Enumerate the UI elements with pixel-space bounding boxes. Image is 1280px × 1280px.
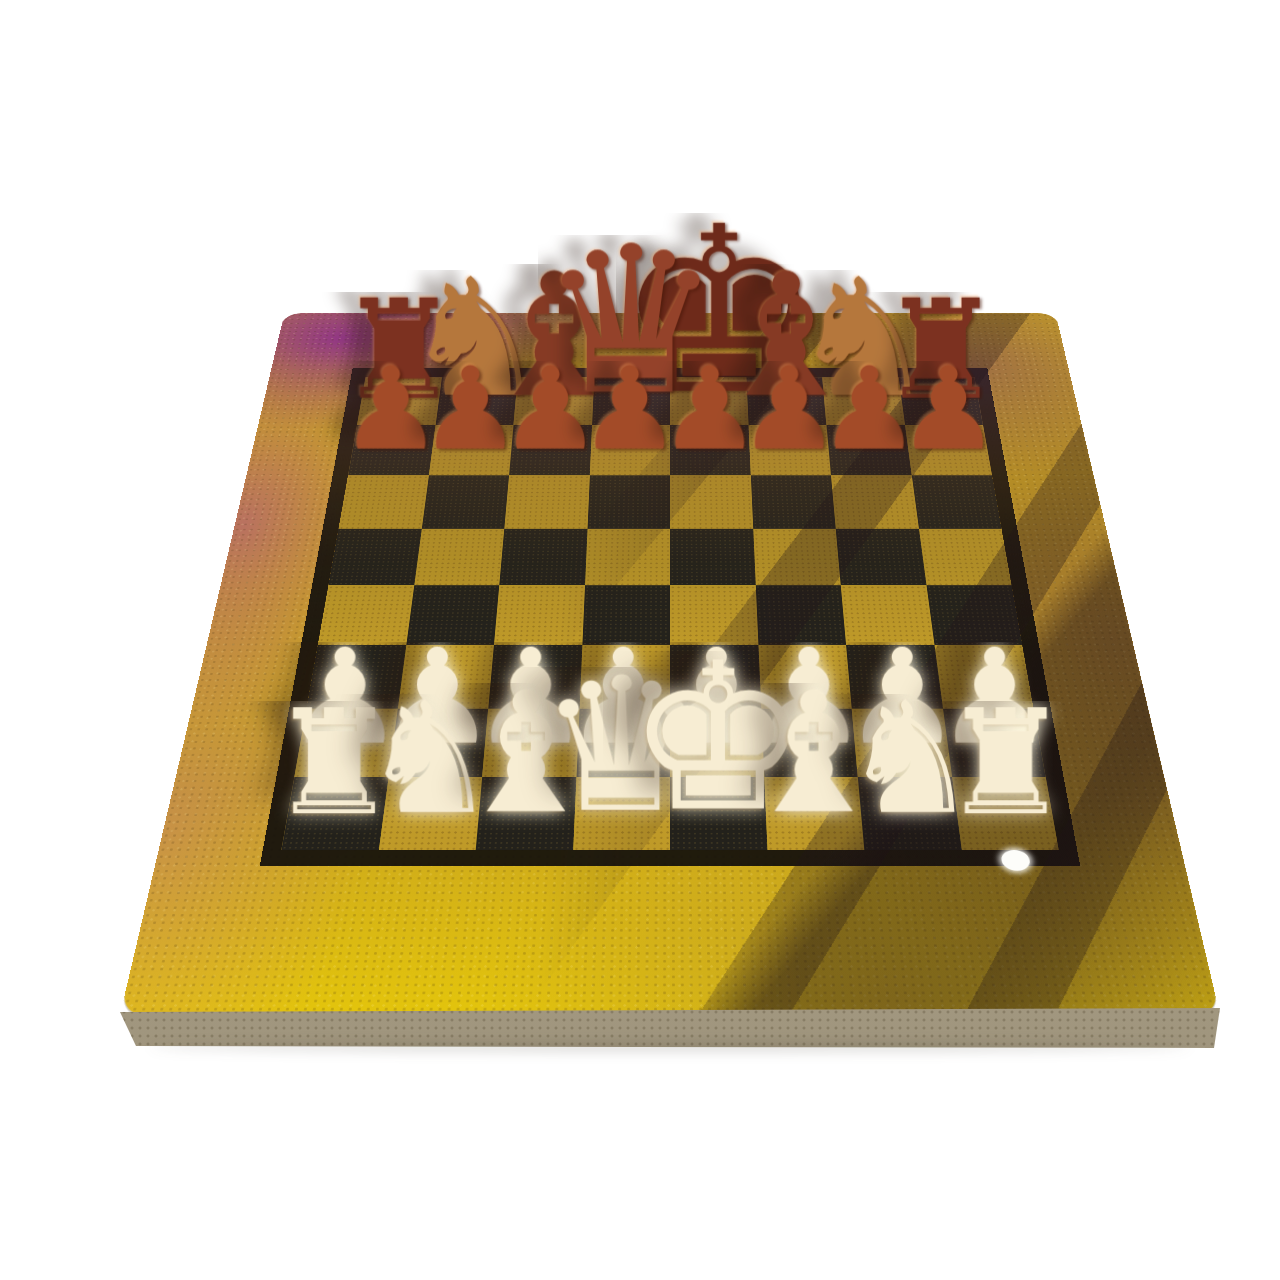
square-g1: ♞ bbox=[858, 777, 962, 850]
piece-white-knight: ♞ bbox=[315, 693, 545, 824]
chess-photo: ♜♞♝♛♚♝♞♜♟♟♟♟♟♟♟♟♟♟♟♟♟♟♟♟♜♞♝♛♚♝♞♜ bbox=[0, 0, 1280, 1280]
chess-board: ♜♞♝♛♚♝♞♜♟♟♟♟♟♟♟♟♟♟♟♟♟♟♟♟♜♞♝♛♚♝♞♜ bbox=[120, 313, 1220, 1015]
piece-white-knight: ♞ bbox=[795, 693, 1025, 824]
board-frame: ♜♞♝♛♚♝♞♜♟♟♟♟♟♟♟♟♟♟♟♟♟♟♟♟♜♞♝♛♚♝♞♜ bbox=[260, 368, 1080, 866]
piece-black-pawn: ♟ bbox=[853, 361, 1044, 458]
contact-shadow bbox=[150, 1042, 1190, 1052]
board-scene: ♜♞♝♛♚♝♞♜♟♟♟♟♟♟♟♟♟♟♟♟♟♟♟♟♜♞♝♛♚♝♞♜ bbox=[120, 0, 1220, 1015]
square-b1: ♞ bbox=[379, 777, 483, 850]
